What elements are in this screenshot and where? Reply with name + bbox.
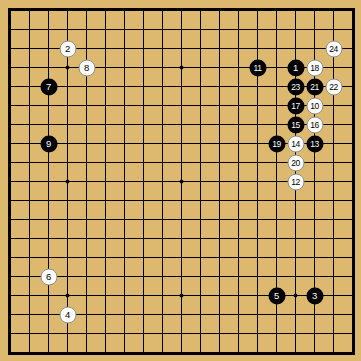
stone-white-move-8: 8 bbox=[78, 59, 95, 76]
stone-white-move-18: 18 bbox=[306, 59, 323, 76]
stone-white-move-10: 10 bbox=[306, 97, 323, 114]
stone-black-move-11: 11 bbox=[249, 59, 266, 76]
stone-black-move-13: 13 bbox=[306, 135, 323, 152]
stone-black-move-15: 15 bbox=[287, 116, 304, 133]
stone-black-move-21: 21 bbox=[306, 78, 323, 95]
stone-white-move-20: 20 bbox=[287, 154, 304, 171]
stone-black-move-17: 17 bbox=[287, 97, 304, 114]
stones-layer: 123456789101112131415161718192021222324 bbox=[0, 0, 361, 361]
stone-black-move-19: 19 bbox=[268, 135, 285, 152]
stone-white-move-2: 2 bbox=[59, 40, 76, 57]
stone-black-move-7: 7 bbox=[40, 78, 57, 95]
stone-black-move-3: 3 bbox=[306, 287, 323, 304]
stone-white-move-24: 24 bbox=[325, 40, 342, 57]
stone-white-move-22: 22 bbox=[325, 78, 342, 95]
stone-white-move-4: 4 bbox=[59, 306, 76, 323]
stone-black-move-5: 5 bbox=[268, 287, 285, 304]
stone-white-move-12: 12 bbox=[287, 173, 304, 190]
stone-black-move-23: 23 bbox=[287, 78, 304, 95]
stone-black-move-9: 9 bbox=[40, 135, 57, 152]
go-board[interactable]: 123456789101112131415161718192021222324 bbox=[0, 0, 361, 361]
stone-white-move-14: 14 bbox=[287, 135, 304, 152]
stone-black-move-1: 1 bbox=[287, 59, 304, 76]
stone-white-move-16: 16 bbox=[306, 116, 323, 133]
stone-white-move-6: 6 bbox=[40, 268, 57, 285]
